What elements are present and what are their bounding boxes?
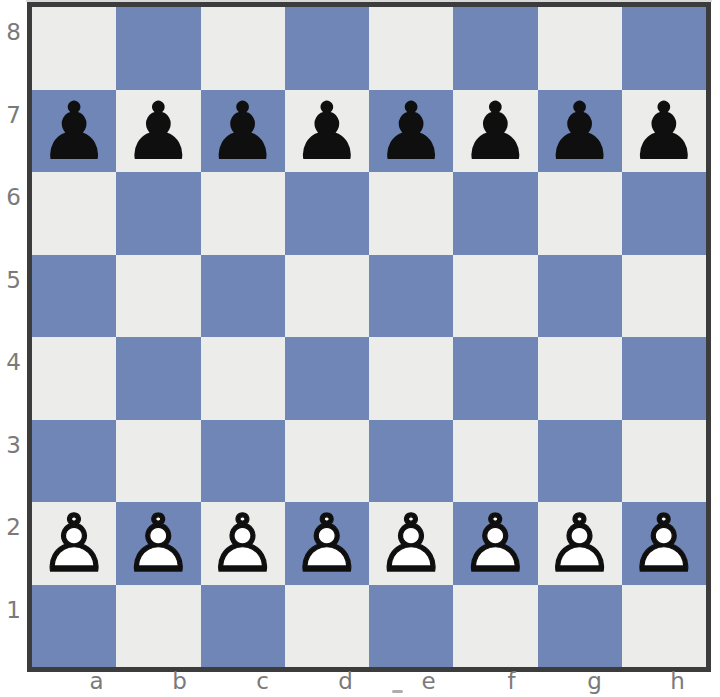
square-b3[interactable] (116, 420, 200, 503)
white-pawn-outline-glyph: ♙ (201, 503, 285, 586)
square-a5[interactable] (32, 255, 116, 338)
black-pawn-glyph: ♟ (201, 91, 285, 174)
square-h1[interactable] (622, 585, 706, 668)
rank-label-4: 4 (0, 349, 27, 375)
white-pawn-outline-glyph: ♙ (622, 503, 706, 586)
white-pawn[interactable]: ♟♙ (453, 502, 537, 585)
white-pawn-outline-glyph: ♙ (32, 503, 116, 586)
square-e4[interactable] (369, 337, 453, 420)
square-f5[interactable] (453, 255, 537, 338)
square-c3[interactable] (201, 420, 285, 503)
square-b6[interactable] (116, 172, 200, 255)
square-h3[interactable] (622, 420, 706, 503)
white-pawn[interactable]: ♟♙ (32, 502, 116, 585)
square-g8[interactable] (538, 7, 622, 90)
square-g7[interactable]: ♟ (538, 90, 622, 173)
rank-label-3: 3 (0, 432, 27, 458)
square-a2[interactable]: ♟♙ (32, 502, 116, 585)
square-b2[interactable]: ♟♙ (116, 502, 200, 585)
white-pawn[interactable]: ♟♙ (538, 502, 622, 585)
file-label-h: h (636, 667, 719, 697)
chess-board: ♟♟♟♟♟♟♟♟♟♙♟♙♟♙♟♙♟♙♟♙♟♙♟♙ (27, 2, 711, 672)
square-g3[interactable] (538, 420, 622, 503)
square-f3[interactable] (453, 420, 537, 503)
black-pawn-glyph: ♟ (622, 91, 706, 174)
square-d7[interactable]: ♟ (285, 90, 369, 173)
square-f6[interactable] (453, 172, 537, 255)
black-pawn-glyph: ♟ (116, 91, 200, 174)
black-pawn[interactable]: ♟ (285, 90, 369, 173)
square-d8[interactable] (285, 7, 369, 90)
square-h4[interactable] (622, 337, 706, 420)
white-pawn-outline-glyph: ♙ (285, 503, 369, 586)
square-d2[interactable]: ♟♙ (285, 502, 369, 585)
square-b7[interactable]: ♟ (116, 90, 200, 173)
white-pawn-outline-glyph: ♙ (538, 503, 622, 586)
rank-label-6: 6 (0, 184, 27, 210)
black-pawn[interactable]: ♟ (622, 90, 706, 173)
square-f7[interactable]: ♟ (453, 90, 537, 173)
rank-labels-column: 87654321 (0, 2, 27, 672)
square-g2[interactable]: ♟♙ (538, 502, 622, 585)
square-c8[interactable] (201, 7, 285, 90)
black-pawn[interactable]: ♟ (369, 90, 453, 173)
black-pawn[interactable]: ♟ (32, 90, 116, 173)
white-pawn[interactable]: ♟♙ (116, 502, 200, 585)
square-g4[interactable] (538, 337, 622, 420)
square-f8[interactable] (453, 7, 537, 90)
square-b8[interactable] (116, 7, 200, 90)
file-label-f: f (470, 667, 553, 697)
square-e7[interactable]: ♟ (369, 90, 453, 173)
black-pawn[interactable]: ♟ (538, 90, 622, 173)
chess-app-page: 87654321 ♟♟♟♟♟♟♟♟♟♙♟♙♟♙♟♙♟♙♟♙♟♙♟♙ abcdef… (0, 0, 720, 697)
square-d1[interactable] (285, 585, 369, 668)
square-a4[interactable] (32, 337, 116, 420)
white-pawn[interactable]: ♟♙ (285, 502, 369, 585)
white-pawn-outline-glyph: ♙ (116, 503, 200, 586)
square-h7[interactable]: ♟ (622, 90, 706, 173)
square-d3[interactable] (285, 420, 369, 503)
square-g6[interactable] (538, 172, 622, 255)
rank-label-2: 2 (0, 514, 27, 540)
file-label-a: a (55, 667, 138, 697)
black-pawn-glyph: ♟ (285, 91, 369, 174)
file-label-c: c (221, 667, 304, 697)
square-d5[interactable] (285, 255, 369, 338)
square-c6[interactable] (201, 172, 285, 255)
rank-label-5: 5 (0, 267, 27, 293)
square-d6[interactable] (285, 172, 369, 255)
square-b4[interactable] (116, 337, 200, 420)
square-c2[interactable]: ♟♙ (201, 502, 285, 585)
square-a6[interactable] (32, 172, 116, 255)
white-pawn-outline-glyph: ♙ (453, 503, 537, 586)
square-c1[interactable] (201, 585, 285, 668)
square-a8[interactable] (32, 7, 116, 90)
square-h6[interactable] (622, 172, 706, 255)
square-h5[interactable] (622, 255, 706, 338)
square-a1[interactable] (32, 585, 116, 668)
rank-label-8: 8 (0, 19, 27, 45)
square-a3[interactable] (32, 420, 116, 503)
square-f2[interactable]: ♟♙ (453, 502, 537, 585)
white-pawn[interactable]: ♟♙ (201, 502, 285, 585)
black-pawn-glyph: ♟ (32, 91, 116, 174)
black-pawn-glyph: ♟ (538, 91, 622, 174)
square-f1[interactable] (453, 585, 537, 668)
black-pawn[interactable]: ♟ (453, 90, 537, 173)
black-pawn-glyph: ♟ (453, 91, 537, 174)
white-pawn-outline-glyph: ♙ (369, 503, 453, 586)
white-pawn[interactable]: ♟♙ (622, 502, 706, 585)
square-f4[interactable] (453, 337, 537, 420)
square-c5[interactable] (201, 255, 285, 338)
square-g1[interactable] (538, 585, 622, 668)
square-e8[interactable] (369, 7, 453, 90)
file-label-d: d (304, 667, 387, 697)
black-pawn[interactable]: ♟ (201, 90, 285, 173)
black-pawn[interactable]: ♟ (116, 90, 200, 173)
square-g5[interactable] (538, 255, 622, 338)
white-pawn[interactable]: ♟♙ (369, 502, 453, 585)
file-label-g: g (553, 667, 636, 697)
square-h2[interactable]: ♟♙ (622, 502, 706, 585)
square-e6[interactable] (369, 172, 453, 255)
cutoff-text-artifact (392, 690, 403, 693)
square-e3[interactable] (369, 420, 453, 503)
file-label-b: b (138, 667, 221, 697)
square-b1[interactable] (116, 585, 200, 668)
square-h8[interactable] (622, 7, 706, 90)
square-a7[interactable]: ♟ (32, 90, 116, 173)
rank-label-7: 7 (0, 102, 27, 128)
black-pawn-glyph: ♟ (369, 91, 453, 174)
square-c7[interactable]: ♟ (201, 90, 285, 173)
file-labels-row: abcdefgh (55, 667, 719, 697)
square-b5[interactable] (116, 255, 200, 338)
square-e1[interactable] (369, 585, 453, 668)
square-c4[interactable] (201, 337, 285, 420)
square-e5[interactable] (369, 255, 453, 338)
rank-label-1: 1 (0, 597, 27, 623)
square-e2[interactable]: ♟♙ (369, 502, 453, 585)
square-d4[interactable] (285, 337, 369, 420)
